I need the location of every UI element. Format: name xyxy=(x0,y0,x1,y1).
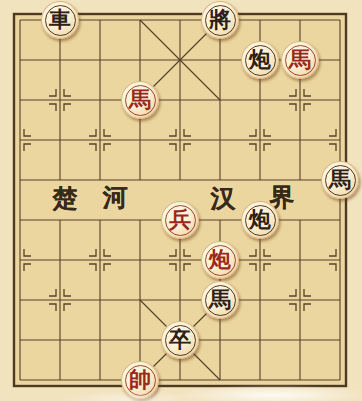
intersection-f3-r2[interactable]: 馬 xyxy=(120,80,160,120)
intersection-f7-r5[interactable] xyxy=(280,200,320,240)
intersection-f1-r2[interactable] xyxy=(40,80,80,120)
piece-character: 將 xyxy=(209,9,231,31)
piece-red-horse[interactable]: 馬 xyxy=(281,41,319,79)
intersection-f4-r4[interactable] xyxy=(160,160,200,200)
intersection-f3-r6[interactable] xyxy=(120,240,160,280)
intersection-f4-r0[interactable] xyxy=(160,0,200,40)
intersection-f0-r6[interactable] xyxy=(0,240,40,280)
intersection-f2-r9[interactable] xyxy=(80,360,120,400)
intersection-f5-r7[interactable]: 馬 xyxy=(200,280,240,320)
intersection-f0-r1[interactable] xyxy=(0,40,40,80)
intersection-f0-r0[interactable] xyxy=(0,0,40,40)
intersection-f5-r4[interactable] xyxy=(200,160,240,200)
intersection-f7-r9[interactable] xyxy=(280,360,320,400)
piece-character: 卒 xyxy=(169,329,191,351)
intersection-f8-r3[interactable] xyxy=(320,120,360,160)
intersection-f7-r1[interactable]: 馬 xyxy=(280,40,320,80)
piece-character: 車 xyxy=(49,9,71,31)
piece-character: 兵 xyxy=(169,209,191,231)
intersection-f2-r1[interactable] xyxy=(80,40,120,80)
intersection-f2-r7[interactable] xyxy=(80,280,120,320)
piece-black-soldier[interactable]: 卒 xyxy=(161,321,199,359)
intersection-f2-r6[interactable] xyxy=(80,240,120,280)
xiangqi-board: 車將炮馬馬馬兵炮炮馬卒帥 xyxy=(0,0,360,400)
intersection-f6-r3[interactable] xyxy=(240,120,280,160)
intersection-f1-r3[interactable] xyxy=(40,120,80,160)
intersection-f8-r1[interactable] xyxy=(320,40,360,80)
intersection-f8-r6[interactable] xyxy=(320,240,360,280)
intersection-f3-r0[interactable] xyxy=(120,0,160,40)
intersection-f0-r9[interactable] xyxy=(0,360,40,400)
intersection-f1-r9[interactable] xyxy=(40,360,80,400)
piece-red-soldier[interactable]: 兵 xyxy=(161,201,199,239)
intersection-f3-r5[interactable] xyxy=(120,200,160,240)
piece-black-general[interactable]: 將 xyxy=(201,1,239,39)
intersection-f4-r7[interactable] xyxy=(160,280,200,320)
intersection-f0-r4[interactable] xyxy=(0,160,40,200)
intersection-f5-r5[interactable] xyxy=(200,200,240,240)
intersection-f2-r3[interactable] xyxy=(80,120,120,160)
intersection-f4-r8[interactable]: 卒 xyxy=(160,320,200,360)
intersection-f6-r7[interactable] xyxy=(240,280,280,320)
piece-red-cannon[interactable]: 炮 xyxy=(201,241,239,279)
intersection-f4-r2[interactable] xyxy=(160,80,200,120)
intersection-f3-r9[interactable]: 帥 xyxy=(120,360,160,400)
intersection-f8-r4[interactable]: 馬 xyxy=(320,160,360,200)
intersection-f0-r3[interactable] xyxy=(0,120,40,160)
piece-character: 炮 xyxy=(249,49,271,71)
intersection-f0-r7[interactable] xyxy=(0,280,40,320)
intersection-f0-r5[interactable] xyxy=(0,200,40,240)
intersection-f2-r5[interactable] xyxy=(80,200,120,240)
intersection-f8-r9[interactable] xyxy=(320,360,360,400)
piece-character: 馬 xyxy=(129,89,151,111)
piece-character: 炮 xyxy=(249,209,271,231)
intersection-f0-r8[interactable] xyxy=(0,320,40,360)
intersection-f3-r7[interactable] xyxy=(120,280,160,320)
intersection-f7-r2[interactable] xyxy=(280,80,320,120)
piece-black-cannon[interactable]: 炮 xyxy=(241,41,279,79)
piece-black-cannon[interactable]: 炮 xyxy=(241,201,279,239)
intersection-f1-r8[interactable] xyxy=(40,320,80,360)
intersection-f6-r6[interactable] xyxy=(240,240,280,280)
intersection-f7-r4[interactable] xyxy=(280,160,320,200)
intersection-f4-r1[interactable] xyxy=(160,40,200,80)
intersection-f6-r5[interactable]: 炮 xyxy=(240,200,280,240)
piece-character: 馬 xyxy=(209,289,231,311)
intersection-f1-r6[interactable] xyxy=(40,240,80,280)
intersection-f5-r3[interactable] xyxy=(200,120,240,160)
piece-character: 炮 xyxy=(209,249,231,271)
intersection-f5-r1[interactable] xyxy=(200,40,240,80)
intersection-f2-r4[interactable] xyxy=(80,160,120,200)
intersection-f1-r0[interactable]: 車 xyxy=(40,0,80,40)
intersection-f2-r0[interactable] xyxy=(80,0,120,40)
piece-black-horse[interactable]: 馬 xyxy=(201,281,239,319)
xiangqi-screenshot: 楚 河 汉 界 車將炮馬馬馬兵炮炮馬卒帥 xyxy=(0,0,362,401)
intersection-f6-r4[interactable] xyxy=(240,160,280,200)
intersection-f4-r9[interactable] xyxy=(160,360,200,400)
intersection-f6-r8[interactable] xyxy=(240,320,280,360)
piece-character: 馬 xyxy=(329,169,351,191)
intersection-f8-r7[interactable] xyxy=(320,280,360,320)
intersection-f8-r5[interactable] xyxy=(320,200,360,240)
intersection-f0-r2[interactable] xyxy=(0,80,40,120)
intersection-f7-r3[interactable] xyxy=(280,120,320,160)
intersection-f7-r7[interactable] xyxy=(280,280,320,320)
intersection-f5-r6[interactable]: 炮 xyxy=(200,240,240,280)
intersection-f8-r2[interactable] xyxy=(320,80,360,120)
intersection-f1-r5[interactable] xyxy=(40,200,80,240)
intersection-f6-r1[interactable]: 炮 xyxy=(240,40,280,80)
intersection-f7-r0[interactable] xyxy=(280,0,320,40)
intersection-f1-r4[interactable] xyxy=(40,160,80,200)
intersection-f2-r2[interactable] xyxy=(80,80,120,120)
piece-red-general[interactable]: 帥 xyxy=(121,361,159,399)
intersection-f4-r6[interactable] xyxy=(160,240,200,280)
intersection-f5-r9[interactable] xyxy=(200,360,240,400)
intersection-f3-r3[interactable] xyxy=(120,120,160,160)
intersection-f1-r1[interactable] xyxy=(40,40,80,80)
piece-character: 馬 xyxy=(289,49,311,71)
intersection-f7-r6[interactable] xyxy=(280,240,320,280)
intersection-f6-r2[interactable] xyxy=(240,80,280,120)
piece-red-horse[interactable]: 馬 xyxy=(121,81,159,119)
intersection-f6-r9[interactable] xyxy=(240,360,280,400)
intersection-f3-r8[interactable] xyxy=(120,320,160,360)
intersection-f4-r3[interactable] xyxy=(160,120,200,160)
piece-character: 帥 xyxy=(129,369,151,391)
intersection-f8-r0[interactable] xyxy=(320,0,360,40)
intersection-f5-r8[interactable] xyxy=(200,320,240,360)
piece-black-horse[interactable]: 馬 xyxy=(321,161,359,199)
intersection-f4-r5[interactable]: 兵 xyxy=(160,200,200,240)
intersection-f1-r7[interactable] xyxy=(40,280,80,320)
intersection-f3-r4[interactable] xyxy=(120,160,160,200)
intersection-f8-r8[interactable] xyxy=(320,320,360,360)
intersection-f3-r1[interactable] xyxy=(120,40,160,80)
intersection-f7-r8[interactable] xyxy=(280,320,320,360)
intersection-f5-r0[interactable]: 將 xyxy=(200,0,240,40)
piece-black-chariot[interactable]: 車 xyxy=(41,1,79,39)
intersection-f6-r0[interactable] xyxy=(240,0,280,40)
intersection-f5-r2[interactable] xyxy=(200,80,240,120)
intersection-f2-r8[interactable] xyxy=(80,320,120,360)
